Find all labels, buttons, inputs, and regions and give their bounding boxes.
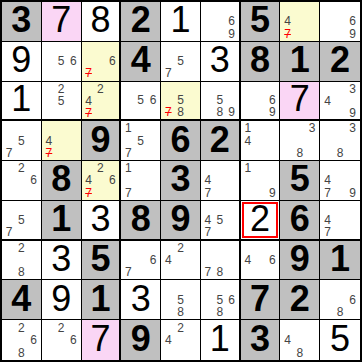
candidate-3: 3 [346,122,359,134]
cell-value: 5 [290,161,310,197]
candidate-8: 8 [294,346,306,359]
cell-r3c2[interactable]: 25 [42,82,82,122]
cell-value: 2 [131,2,151,38]
cell-r7c9[interactable]: 1 [320,241,360,281]
cell-r6c8[interactable]: 6 [280,201,320,241]
candidate-grid: 56 [122,83,159,119]
candidate-grid: 69 [242,83,279,119]
candidate-4: 4 [162,254,174,266]
candidate-4: 4 [43,135,55,147]
candidate-6: 6 [147,94,159,106]
candidate-7: 7 [202,226,214,238]
cell-value: 9 [131,321,151,357]
candidate-grid: 349 [321,83,359,119]
candidate-6: 6 [266,254,278,266]
candidate-grid: 47 [321,202,359,238]
cell-r6c3[interactable]: 3 [82,201,122,241]
candidate-2: 2 [15,321,27,334]
eliminated-candidate-7: 7 [281,28,293,40]
candidate-8: 8 [214,306,226,318]
candidate-4: 4 [83,174,95,186]
cell-r9c3[interactable]: 7 [82,320,122,360]
cell-r2c3[interactable]: 67 [82,42,122,82]
candidate-8: 8 [15,266,27,278]
candidate-grid: 47 [281,3,318,40]
candidate-5: 5 [15,135,27,147]
candidate-grid: 14 [242,122,279,159]
cell-r5c6[interactable]: 47 [201,161,241,201]
eliminated-candidate-7: 7 [162,106,174,118]
candidate-7: 7 [321,226,334,238]
candidate-9: 9 [346,107,359,119]
candidate-2: 2 [15,242,27,254]
candidate-4: 4 [281,15,293,27]
candidate-6: 6 [67,334,79,347]
candidate-grid: 69 [321,3,359,40]
cell-r5c5[interactable]: 3 [161,161,201,201]
cell-r4c4[interactable]: 157 [121,121,161,161]
candidate-6: 6 [226,15,238,27]
candidate-grid: 47 [202,162,238,199]
cell-r5c4[interactable]: 17 [121,161,161,201]
cell-value: 4 [131,42,151,78]
cell-value: 8 [51,161,71,197]
candidate-4: 4 [162,334,174,347]
candidate-2: 2 [55,321,67,334]
candidate-grid: 48 [281,321,318,359]
cell-r3c4[interactable]: 56 [121,82,161,122]
cell-r9c1[interactable]: 268 [2,320,42,360]
cell-value: 3 [250,321,270,357]
candidate-5: 5 [15,214,27,226]
candidate-7: 7 [162,67,174,79]
candidate-8: 8 [214,266,226,278]
eliminated-candidate-7: 7 [83,107,95,119]
cell-value: 1 [210,321,230,357]
candidate-7: 7 [202,187,214,199]
cell-r9c7[interactable]: 3 [241,320,281,360]
candidate-6: 6 [346,294,359,306]
cell-r7c7[interactable]: 46 [241,241,281,281]
candidate-8: 8 [15,346,27,359]
candidate-4: 4 [321,214,334,226]
candidate-7: 7 [122,147,134,159]
cell-r4c1[interactable]: 57 [2,121,42,161]
candidate-2: 2 [174,321,186,334]
cell-r3c1[interactable]: 1 [2,82,42,122]
cell-r4c9[interactable]: 38 [320,121,360,161]
candidate-grid: 24 [162,242,199,279]
cell-r8c2[interactable]: 9 [42,280,82,320]
cell-r5c7[interactable]: 19 [241,161,281,201]
cell-r8c8[interactable]: 2 [280,280,320,320]
cell-value: 3 [90,201,110,237]
eliminated-candidate-7: 7 [43,147,55,159]
candidate-grid: 26 [43,321,80,359]
candidate-grid: 56 [43,43,80,80]
candidate-6: 6 [106,174,118,186]
cell-value: 3 [131,281,151,317]
cell-r6c1[interactable]: 57 [2,201,42,241]
candidate-grid: 568 [202,281,238,318]
cell-value: 3 [51,241,71,277]
cell-r3c6[interactable]: 589 [201,82,241,122]
candidate-2: 2 [94,162,106,174]
cell-r2c5[interactable]: 57 [161,42,201,82]
cell-r2c6[interactable]: 3 [201,42,241,82]
cell-r1c6[interactable]: 69 [201,2,241,42]
candidate-4: 4 [202,174,214,186]
eliminated-candidate-7: 7 [83,67,95,79]
candidate-5: 5 [55,95,67,107]
candidate-6: 6 [226,294,238,306]
candidate-7: 7 [3,147,15,159]
candidate-grid: 67 [122,242,159,279]
cell-r6c7[interactable]: 2 [241,201,281,241]
cell-r9c6[interactable]: 1 [201,320,241,360]
candidate-5: 5 [174,55,186,67]
cell-value: 9 [90,122,110,158]
cell-r1c4[interactable]: 2 [121,2,161,42]
cell-r2c1[interactable]: 9 [2,42,42,82]
candidate-grid: 69 [202,3,238,40]
cell-value: 6 [170,122,190,158]
candidate-4: 4 [321,174,334,186]
cell-r1c3[interactable]: 8 [82,2,122,42]
candidate-9: 9 [226,106,238,118]
cell-r1c8[interactable]: 47 [280,2,320,42]
candidate-5: 5 [214,214,226,226]
cell-r7c5[interactable]: 24 [161,241,201,281]
candidate-7: 7 [321,187,334,199]
candidate-grid: 57 [3,202,40,238]
candidate-4: 4 [202,214,214,226]
cell-r8c9[interactable]: 68 [320,280,360,320]
candidate-8: 8 [334,147,347,159]
candidate-grid: 247 [83,83,119,119]
cell-value: 2 [250,201,270,237]
candidate-6: 6 [147,254,159,266]
cell-r5c2[interactable]: 8 [42,161,82,201]
cell-value: 5 [330,321,350,357]
cell-r3c9[interactable]: 349 [320,82,360,122]
candidate-5: 5 [135,135,147,147]
candidate-2: 2 [15,162,27,174]
cell-value: 2 [290,281,310,317]
candidate-8: 8 [174,106,186,118]
candidate-grid: 587 [162,83,199,119]
candidate-6: 6 [67,55,79,67]
cell-r3c8[interactable]: 7 [280,82,320,122]
cell-value: 9 [11,42,31,78]
cell-r5c9[interactable]: 479 [320,161,360,201]
candidate-9: 9 [226,28,238,40]
candidate-6: 6 [106,55,118,67]
candidate-1: 1 [122,162,134,174]
cell-value: 3 [170,161,190,197]
cell-r3c5[interactable]: 587 [161,82,201,122]
candidate-2: 2 [94,83,106,95]
cell-r3c7[interactable]: 69 [241,82,281,122]
cell-r9c8[interactable]: 48 [280,320,320,360]
candidate-grid: 19 [242,162,279,199]
cell-r2c7[interactable]: 8 [241,42,281,82]
candidate-grid: 57 [162,43,199,80]
cell-value: 9 [51,281,71,317]
candidate-9: 9 [346,28,359,40]
candidate-8: 8 [214,106,226,118]
cell-r4c6[interactable]: 2 [201,121,241,161]
candidate-4: 4 [83,95,95,107]
candidate-grid: 589 [202,83,238,119]
cell-value: 3 [11,2,31,38]
cell-r6c6[interactable]: 457 [201,201,241,241]
cell-r5c1[interactable]: 26 [2,161,42,201]
candidate-3: 3 [306,122,318,134]
cell-r9c4[interactable]: 9 [121,320,161,360]
candidate-2: 2 [174,242,186,254]
cell-r7c1[interactable]: 28 [2,241,42,281]
candidate-4: 4 [281,334,293,347]
candidate-grid: 26 [3,162,40,199]
candidate-7: 7 [202,266,214,278]
cell-r9c2[interactable]: 26 [42,320,82,360]
candidate-grid: 78 [202,242,238,279]
candidate-grid: 58 [162,281,199,318]
candidate-1: 1 [242,162,254,174]
cell-r7c2[interactable]: 3 [42,241,82,281]
cell-value: 5 [90,241,110,277]
cell-value: 6 [290,201,310,237]
candidate-grid: 38 [321,122,359,159]
cell-r8c1[interactable]: 4 [2,280,42,320]
candidate-grid: 38 [281,122,318,159]
cell-r4c2[interactable]: 47 [42,121,82,161]
candidate-8: 8 [174,306,186,318]
candidate-grid: 17 [122,162,159,199]
cell-value: 8 [90,2,110,38]
cell-r7c8[interactable]: 9 [280,241,320,281]
candidate-5: 5 [55,55,67,67]
candidate-grid: 67 [83,43,119,80]
cell-r1c2[interactable]: 7 [42,2,82,42]
candidate-grid: 25 [43,83,80,119]
candidate-9: 9 [346,187,359,199]
cell-value: 8 [131,201,151,237]
cell-r9c9[interactable]: 5 [320,320,360,360]
candidate-1: 1 [242,122,254,134]
cell-r8c5[interactable]: 58 [161,280,201,320]
candidate-grid: 28 [3,242,40,279]
cell-r8c4[interactable]: 3 [121,280,161,320]
cell-value: 9 [170,201,190,237]
cell-r5c3[interactable]: 2467 [82,161,122,201]
cell-r8c3[interactable]: 1 [82,280,122,320]
cell-r9c5[interactable]: 24 [161,320,201,360]
sudoku-board: 3782169547699566745738121252475658758969… [0,0,362,362]
cell-value: 4 [11,281,31,317]
cell-r7c4[interactable]: 67 [121,241,161,281]
cell-r2c9[interactable]: 2 [320,42,360,82]
candidate-grid: 47 [43,122,80,159]
cell-value: 8 [250,42,270,78]
candidate-grid: 268 [3,321,40,359]
cell-value: 1 [90,281,110,317]
cell-r7c3[interactable]: 5 [82,241,122,281]
cell-r2c4[interactable]: 4 [121,42,161,82]
cell-r6c4[interactable]: 8 [121,201,161,241]
cell-r2c8[interactable]: 1 [280,42,320,82]
candidate-2: 2 [55,83,67,95]
candidate-6: 6 [28,174,40,186]
cell-r8c7[interactable]: 7 [241,280,281,320]
cell-value: 7 [51,2,71,38]
candidate-8: 8 [294,147,306,159]
cell-value: 1 [290,42,310,78]
cell-value: 7 [290,81,310,117]
cell-r5c8[interactable]: 5 [280,161,320,201]
candidate-grid: 2467 [83,162,119,199]
candidate-4: 4 [321,95,334,107]
cell-r2c2[interactable]: 56 [42,42,82,82]
candidate-6: 6 [28,334,40,347]
cell-r6c9[interactable]: 47 [320,201,360,241]
cell-value: 1 [330,241,350,277]
cell-value: 7 [90,321,110,357]
cell-r1c9[interactable]: 69 [320,2,360,42]
cell-r8c6[interactable]: 568 [201,280,241,320]
candidate-4: 4 [242,254,254,266]
cell-r1c5[interactable]: 1 [161,2,201,42]
candidate-grid: 24 [162,321,199,359]
candidate-9: 9 [266,106,278,118]
cell-value: 2 [330,42,350,78]
cell-value: 9 [290,241,310,277]
cell-r1c1[interactable]: 3 [2,2,42,42]
cell-value: 1 [51,201,71,237]
cell-r7c6[interactable]: 78 [201,241,241,281]
candidate-3: 3 [346,83,359,95]
cell-r6c5[interactable]: 9 [161,201,201,241]
candidate-1: 1 [122,122,134,134]
cell-value: 1 [11,81,31,117]
candidate-grid: 46 [242,242,279,279]
cell-r6c2[interactable]: 1 [42,201,82,241]
candidate-5: 5 [135,94,147,106]
candidate-7: 7 [3,226,15,238]
candidate-grid: 479 [321,162,359,199]
candidate-grid: 157 [122,122,159,159]
candidate-4: 4 [242,135,254,147]
cell-r1c7[interactable]: 5 [241,2,281,42]
candidate-8: 8 [334,306,347,318]
cell-value: 7 [250,281,270,317]
cell-r4c7[interactable]: 14 [241,121,281,161]
cell-r4c3[interactable]: 9 [82,121,122,161]
cell-value: 1 [170,2,190,38]
candidate-6: 6 [346,15,359,27]
cell-value: 2 [210,122,230,158]
candidate-grid: 68 [321,281,359,318]
cell-value: 5 [250,2,270,38]
cell-value: 3 [210,42,230,78]
candidate-grid: 57 [3,122,40,159]
cell-r3c3[interactable]: 247 [82,82,122,122]
candidate-7: 7 [122,266,134,278]
candidate-grid: 457 [202,202,238,238]
cell-r4c8[interactable]: 38 [280,121,320,161]
cell-r4c5[interactable]: 6 [161,121,201,161]
